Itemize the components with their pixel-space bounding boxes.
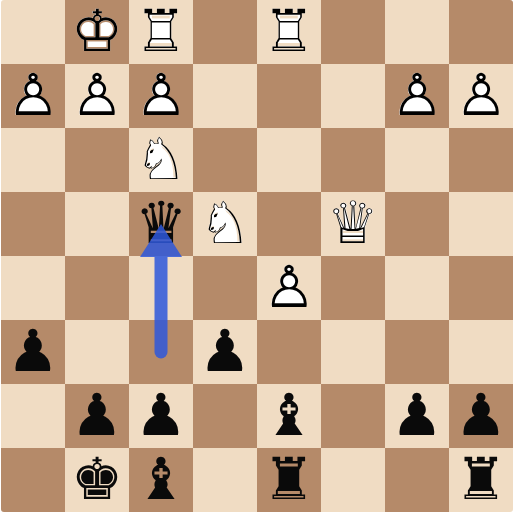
piece-black-pawn[interactable]: ♟ — [1, 320, 65, 384]
square-a6[interactable] — [449, 320, 513, 384]
square-b1[interactable] — [385, 0, 449, 64]
square-d4[interactable] — [257, 192, 321, 256]
square-f6[interactable] — [129, 320, 193, 384]
square-g1[interactable]: ♚♔ — [65, 0, 129, 64]
piece-glyph: ♟ — [1, 320, 65, 384]
square-h1[interactable] — [1, 0, 65, 64]
square-d5[interactable]: ♟♙ — [257, 256, 321, 320]
piece-glyph: ♟ — [193, 320, 257, 384]
square-e4[interactable]: ♞♘ — [193, 192, 257, 256]
square-d7[interactable]: ♝ — [257, 384, 321, 448]
square-d1[interactable]: ♜♖ — [257, 0, 321, 64]
square-e1[interactable] — [193, 0, 257, 64]
piece-outline-glyph: ♙ — [129, 64, 193, 128]
piece-glyph: ♝ — [257, 384, 321, 448]
piece-white-pawn[interactable]: ♟♙ — [129, 64, 193, 128]
piece-outline-glyph: ♙ — [449, 64, 513, 128]
square-h3[interactable] — [1, 128, 65, 192]
piece-black-pawn[interactable]: ♟ — [385, 384, 449, 448]
piece-glyph: ♟ — [385, 384, 449, 448]
piece-white-knight[interactable]: ♞♘ — [193, 192, 257, 256]
piece-outline-glyph: ♘ — [193, 192, 257, 256]
piece-black-rook[interactable]: ♜ — [257, 448, 321, 512]
piece-glyph: ♟ — [129, 384, 193, 448]
square-c7[interactable] — [321, 384, 385, 448]
piece-glyph: ♟ — [65, 384, 129, 448]
chess-app-frame: ♚♔♜♖♜♖♟♙♟♙♟♙♟♙♟♙♞♘♛♞♘♛♕♟♙♟♟♟♟♝♟♟♚♝♜♜ — [0, 0, 514, 516]
square-g5[interactable] — [65, 256, 129, 320]
piece-black-king[interactable]: ♚ — [65, 448, 129, 512]
piece-white-pawn[interactable]: ♟♙ — [65, 64, 129, 128]
piece-glyph: ♟ — [449, 384, 513, 448]
square-b5[interactable] — [385, 256, 449, 320]
square-c6[interactable] — [321, 320, 385, 384]
piece-outline-glyph: ♙ — [1, 64, 65, 128]
square-b2[interactable]: ♟♙ — [385, 64, 449, 128]
square-c5[interactable] — [321, 256, 385, 320]
square-f8[interactable]: ♝ — [129, 448, 193, 512]
square-d3[interactable] — [257, 128, 321, 192]
piece-glyph: ♚ — [65, 448, 129, 512]
square-b6[interactable] — [385, 320, 449, 384]
square-h7[interactable] — [1, 384, 65, 448]
piece-black-pawn[interactable]: ♟ — [449, 384, 513, 448]
square-h8[interactable] — [1, 448, 65, 512]
square-f1[interactable]: ♜♖ — [129, 0, 193, 64]
square-d6[interactable] — [257, 320, 321, 384]
piece-outline-glyph: ♕ — [321, 192, 385, 256]
square-f7[interactable]: ♟ — [129, 384, 193, 448]
square-c3[interactable] — [321, 128, 385, 192]
piece-black-pawn[interactable]: ♟ — [65, 384, 129, 448]
square-g6[interactable] — [65, 320, 129, 384]
piece-glyph: ♛ — [129, 192, 193, 256]
square-a2[interactable]: ♟♙ — [449, 64, 513, 128]
piece-glyph: ♜ — [449, 448, 513, 512]
piece-glyph: ♝ — [129, 448, 193, 512]
piece-outline-glyph: ♙ — [385, 64, 449, 128]
square-e6[interactable]: ♟ — [193, 320, 257, 384]
square-b7[interactable]: ♟ — [385, 384, 449, 448]
square-h5[interactable] — [1, 256, 65, 320]
square-f3[interactable]: ♞♘ — [129, 128, 193, 192]
square-d8[interactable]: ♜ — [257, 448, 321, 512]
square-e7[interactable] — [193, 384, 257, 448]
square-a8[interactable]: ♜ — [449, 448, 513, 512]
square-f2[interactable]: ♟♙ — [129, 64, 193, 128]
piece-outline-glyph: ♖ — [257, 0, 321, 64]
piece-black-pawn[interactable]: ♟ — [129, 384, 193, 448]
square-e3[interactable] — [193, 128, 257, 192]
piece-outline-glyph: ♙ — [257, 256, 321, 320]
piece-black-pawn[interactable]: ♟ — [193, 320, 257, 384]
square-c2[interactable] — [321, 64, 385, 128]
square-b8[interactable] — [385, 448, 449, 512]
piece-outline-glyph: ♔ — [65, 0, 129, 64]
square-g4[interactable] — [65, 192, 129, 256]
square-a5[interactable] — [449, 256, 513, 320]
square-g3[interactable] — [65, 128, 129, 192]
square-h4[interactable] — [1, 192, 65, 256]
square-c8[interactable] — [321, 448, 385, 512]
square-e2[interactable] — [193, 64, 257, 128]
square-g7[interactable]: ♟ — [65, 384, 129, 448]
square-c1[interactable] — [321, 0, 385, 64]
piece-white-rook[interactable]: ♜♖ — [257, 0, 321, 64]
square-b4[interactable] — [385, 192, 449, 256]
piece-white-king[interactable]: ♚♔ — [65, 0, 129, 64]
piece-black-bishop[interactable]: ♝ — [257, 384, 321, 448]
square-g2[interactable]: ♟♙ — [65, 64, 129, 128]
piece-white-rook[interactable]: ♜♖ — [129, 0, 193, 64]
chess-board[interactable]: ♚♔♜♖♜♖♟♙♟♙♟♙♟♙♟♙♞♘♛♞♘♛♕♟♙♟♟♟♟♝♟♟♚♝♜♜ — [1, 0, 513, 512]
piece-white-pawn[interactable]: ♟♙ — [1, 64, 65, 128]
square-h6[interactable]: ♟ — [1, 320, 65, 384]
piece-white-knight[interactable]: ♞♘ — [129, 128, 193, 192]
piece-black-rook[interactable]: ♜ — [449, 448, 513, 512]
square-e8[interactable] — [193, 448, 257, 512]
piece-white-queen[interactable]: ♛♕ — [321, 192, 385, 256]
square-a7[interactable]: ♟ — [449, 384, 513, 448]
piece-outline-glyph: ♘ — [129, 128, 193, 192]
piece-black-bishop[interactable]: ♝ — [129, 448, 193, 512]
square-f5[interactable] — [129, 256, 193, 320]
square-e5[interactable] — [193, 256, 257, 320]
square-a3[interactable] — [449, 128, 513, 192]
square-a4[interactable] — [449, 192, 513, 256]
square-d2[interactable] — [257, 64, 321, 128]
square-h2[interactable]: ♟♙ — [1, 64, 65, 128]
piece-outline-glyph: ♙ — [65, 64, 129, 128]
square-g8[interactable]: ♚ — [65, 448, 129, 512]
square-c4[interactable]: ♛♕ — [321, 192, 385, 256]
piece-white-pawn[interactable]: ♟♙ — [257, 256, 321, 320]
piece-white-pawn[interactable]: ♟♙ — [449, 64, 513, 128]
piece-black-queen[interactable]: ♛ — [129, 192, 193, 256]
piece-outline-glyph: ♖ — [129, 0, 193, 64]
square-b3[interactable] — [385, 128, 449, 192]
piece-white-pawn[interactable]: ♟♙ — [385, 64, 449, 128]
square-f4[interactable]: ♛ — [129, 192, 193, 256]
square-a1[interactable] — [449, 0, 513, 64]
piece-glyph: ♜ — [257, 448, 321, 512]
